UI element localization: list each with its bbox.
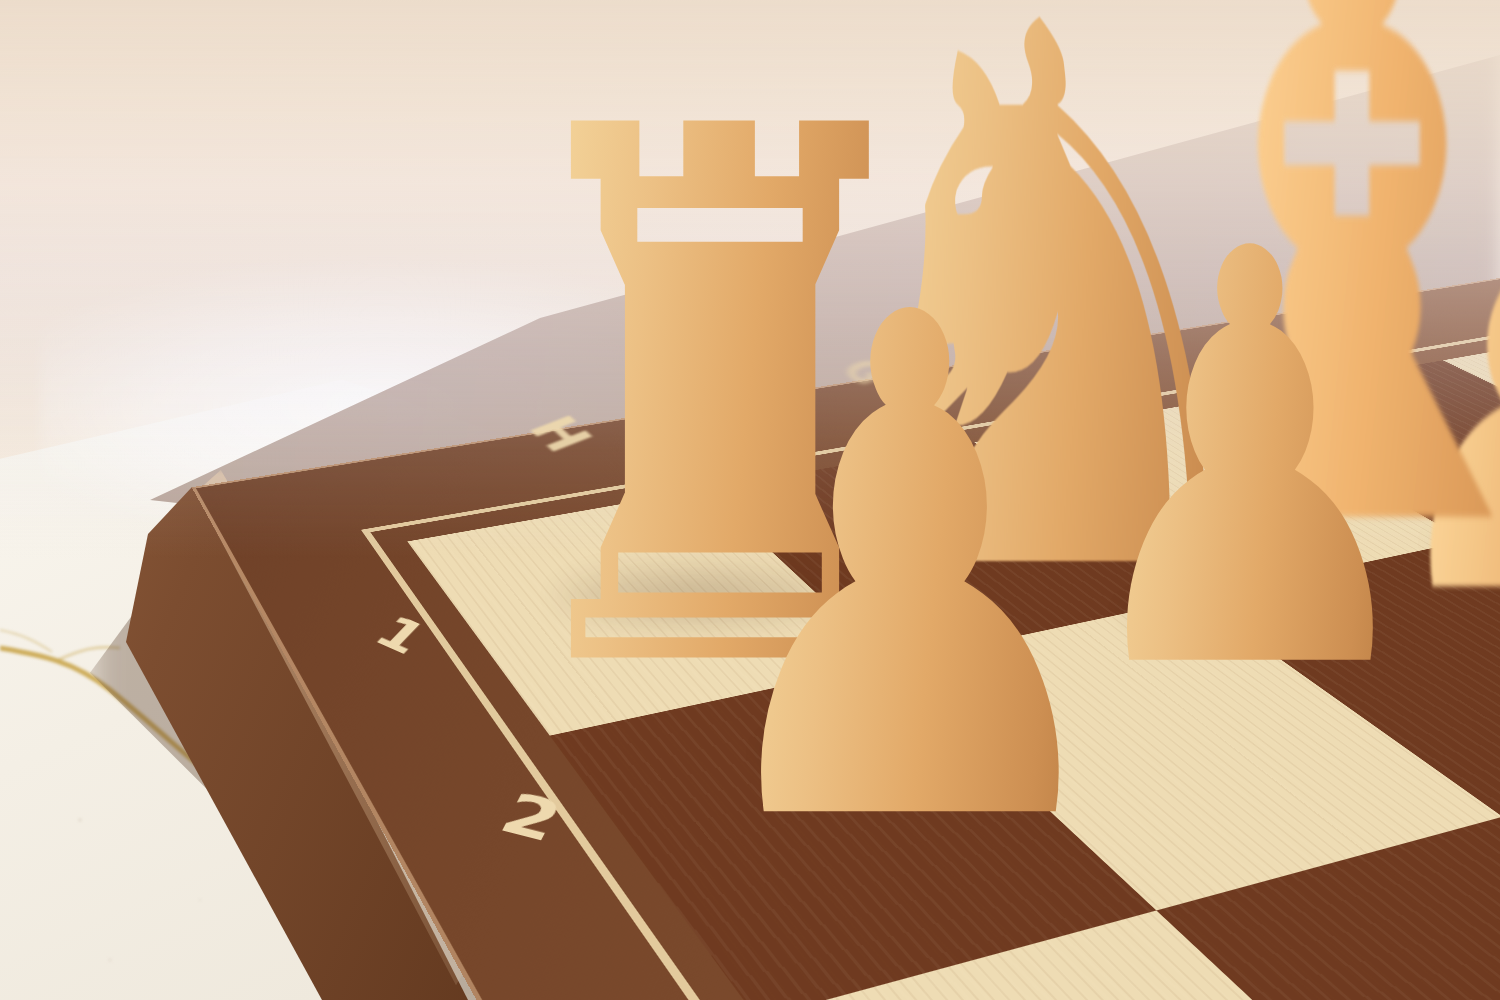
pieces-layer: ♝♟♞♟♜♟ (0, 0, 1500, 1000)
piece-white-pawn-h2[interactable]: ♟ (687, 228, 1132, 918)
chess-photo-scene: H G 1 2 ♝♟♞♟♜♟ (0, 0, 1500, 1000)
